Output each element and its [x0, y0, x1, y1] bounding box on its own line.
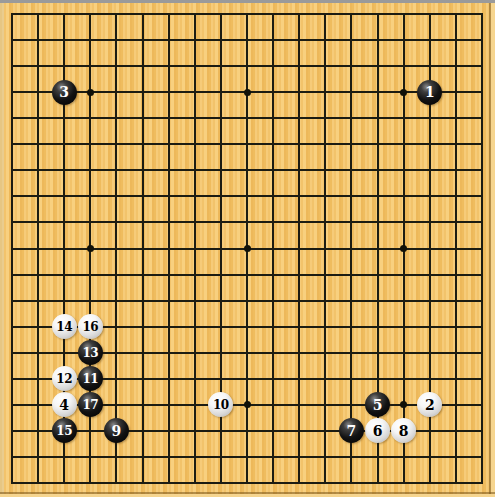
- stone-14-white-C7: 14: [52, 314, 77, 339]
- grid-line-v: [350, 13, 352, 484]
- stone-16-white-D7: 16: [78, 314, 103, 339]
- stone-9-black-E3: 9: [104, 418, 129, 443]
- stone-11-black-D5: 11: [78, 366, 103, 391]
- stone-15-black-C3: 15: [52, 418, 77, 443]
- grid-line-h: [11, 482, 483, 484]
- grid-line-h: [11, 456, 483, 458]
- stone-8-white-Q3: 8: [391, 418, 416, 443]
- star-point: [244, 89, 251, 96]
- grid-line-v: [298, 13, 300, 484]
- grid-line-v: [481, 13, 483, 484]
- star-point: [244, 245, 251, 252]
- stone-17-black-D4: 17: [78, 392, 103, 417]
- star-point: [400, 245, 407, 252]
- star-point: [87, 245, 94, 252]
- star-point: [87, 89, 94, 96]
- go-diagram-window: 1234567891011121314151617: [0, 0, 495, 497]
- star-point: [400, 89, 407, 96]
- stone-5-black-P4: 5: [365, 392, 390, 417]
- board-edge-left: [0, 3, 4, 497]
- stone-12-white-C5: 12: [52, 366, 77, 391]
- grid-line-v: [324, 13, 326, 484]
- stone-10-white-J4: 10: [208, 392, 233, 417]
- stone-3-black-C16: 3: [52, 80, 77, 105]
- go-board[interactable]: 1234567891011121314151617: [0, 3, 495, 497]
- star-point: [244, 401, 251, 408]
- grid-line-v: [272, 13, 274, 484]
- stone-2-white-R4: 2: [417, 392, 442, 417]
- stone-6-white-P3: 6: [365, 418, 390, 443]
- grid-line-v: [455, 13, 457, 484]
- stone-4-white-C4: 4: [52, 392, 77, 417]
- board-edge-right-light: [491, 3, 495, 497]
- grid-line-h: [11, 300, 483, 302]
- stone-7-black-O3: 7: [339, 418, 364, 443]
- star-point: [400, 401, 407, 408]
- stone-1-black-R16: 1: [417, 80, 442, 105]
- grid-line-h: [11, 274, 483, 276]
- stone-13-black-D6: 13: [78, 340, 103, 365]
